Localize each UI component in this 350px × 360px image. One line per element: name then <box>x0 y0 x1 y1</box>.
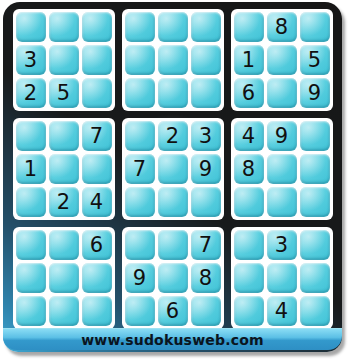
cell-r9c5: 6 <box>158 296 188 326</box>
cell-r9c2[interactable] <box>49 296 79 326</box>
box-1: 325 <box>13 9 115 111</box>
cell-r7c2[interactable] <box>49 230 79 260</box>
cell-r7c5[interactable] <box>158 230 188 260</box>
cell-r3c7: 6 <box>234 78 264 108</box>
cell-r1c2[interactable] <box>49 12 79 42</box>
cell-r5c9[interactable] <box>300 154 330 184</box>
page: 32581569712423794986798634 www.sudokuswe… <box>0 0 350 360</box>
cell-r8c3[interactable] <box>82 263 112 293</box>
cell-r9c4[interactable] <box>125 296 155 326</box>
cell-r7c3: 6 <box>82 230 112 260</box>
box-9: 34 <box>231 227 333 329</box>
cell-r5c6: 9 <box>191 154 221 184</box>
cell-r2c4[interactable] <box>125 45 155 75</box>
cell-r2c5[interactable] <box>158 45 188 75</box>
cell-r1c4[interactable] <box>125 12 155 42</box>
cell-r6c2: 2 <box>49 187 79 217</box>
cell-r4c2[interactable] <box>49 121 79 151</box>
cell-r5c1: 1 <box>16 154 46 184</box>
cell-r6c8[interactable] <box>267 187 297 217</box>
website-url: www.sudokusweb.com <box>81 332 264 348</box>
cell-r3c1: 2 <box>16 78 46 108</box>
cell-r5c2[interactable] <box>49 154 79 184</box>
cell-r1c6[interactable] <box>191 12 221 42</box>
cell-r1c5[interactable] <box>158 12 188 42</box>
box-6: 498 <box>231 118 333 220</box>
cell-r9c7[interactable] <box>234 296 264 326</box>
box-7: 6 <box>13 227 115 329</box>
cell-r6c1[interactable] <box>16 187 46 217</box>
cell-r8c5[interactable] <box>158 263 188 293</box>
cell-r6c9[interactable] <box>300 187 330 217</box>
cell-r4c4[interactable] <box>125 121 155 151</box>
cell-r9c8: 4 <box>267 296 297 326</box>
box-5: 2379 <box>122 118 224 220</box>
footer-bar: www.sudokusweb.com <box>3 328 342 350</box>
cell-r7c8: 3 <box>267 230 297 260</box>
cell-r5c5[interactable] <box>158 154 188 184</box>
cell-r1c7[interactable] <box>234 12 264 42</box>
box-8: 7986 <box>122 227 224 329</box>
cell-r2c3[interactable] <box>82 45 112 75</box>
cell-r7c7[interactable] <box>234 230 264 260</box>
cell-r6c7[interactable] <box>234 187 264 217</box>
cell-r9c1[interactable] <box>16 296 46 326</box>
cell-r3c9: 9 <box>300 78 330 108</box>
cell-r8c7[interactable] <box>234 263 264 293</box>
box-4: 7124 <box>13 118 115 220</box>
cell-r9c9[interactable] <box>300 296 330 326</box>
cell-r4c3: 7 <box>82 121 112 151</box>
cell-r6c4[interactable] <box>125 187 155 217</box>
cell-r8c1[interactable] <box>16 263 46 293</box>
cell-r4c7: 4 <box>234 121 264 151</box>
cell-r7c6: 7 <box>191 230 221 260</box>
cell-r4c1[interactable] <box>16 121 46 151</box>
cell-r2c9: 5 <box>300 45 330 75</box>
cell-r9c3[interactable] <box>82 296 112 326</box>
cell-r6c6[interactable] <box>191 187 221 217</box>
cell-r5c7: 8 <box>234 154 264 184</box>
sudoku-grid: 32581569712423794986798634 <box>3 2 342 329</box>
box-2 <box>122 9 224 111</box>
cell-r1c8: 8 <box>267 12 297 42</box>
cell-r2c1: 3 <box>16 45 46 75</box>
cell-r7c4[interactable] <box>125 230 155 260</box>
cell-r1c1[interactable] <box>16 12 46 42</box>
cell-r2c2[interactable] <box>49 45 79 75</box>
cell-r3c5[interactable] <box>158 78 188 108</box>
cell-r1c9[interactable] <box>300 12 330 42</box>
cell-r8c8[interactable] <box>267 263 297 293</box>
cell-r4c6: 3 <box>191 121 221 151</box>
cell-r8c9[interactable] <box>300 263 330 293</box>
cell-r2c6[interactable] <box>191 45 221 75</box>
cell-r1c3[interactable] <box>82 12 112 42</box>
cell-r8c2[interactable] <box>49 263 79 293</box>
cell-r3c8[interactable] <box>267 78 297 108</box>
cell-r2c8[interactable] <box>267 45 297 75</box>
cell-r8c6: 8 <box>191 263 221 293</box>
cell-r6c3: 4 <box>82 187 112 217</box>
cell-r4c8: 9 <box>267 121 297 151</box>
cell-r8c4: 9 <box>125 263 155 293</box>
box-3: 81569 <box>231 9 333 111</box>
cell-r4c9[interactable] <box>300 121 330 151</box>
cell-r5c8[interactable] <box>267 154 297 184</box>
cell-r3c6[interactable] <box>191 78 221 108</box>
cell-r7c1[interactable] <box>16 230 46 260</box>
sudoku-board: 32581569712423794986798634 www.sudokuswe… <box>3 2 342 352</box>
cell-r7c9[interactable] <box>300 230 330 260</box>
cell-r3c3[interactable] <box>82 78 112 108</box>
cell-r3c4[interactable] <box>125 78 155 108</box>
cell-r9c6[interactable] <box>191 296 221 326</box>
cell-r3c2: 5 <box>49 78 79 108</box>
cell-r2c7: 1 <box>234 45 264 75</box>
cell-r4c5: 2 <box>158 121 188 151</box>
cell-r5c4: 7 <box>125 154 155 184</box>
cell-r6c5[interactable] <box>158 187 188 217</box>
cell-r5c3[interactable] <box>82 154 112 184</box>
